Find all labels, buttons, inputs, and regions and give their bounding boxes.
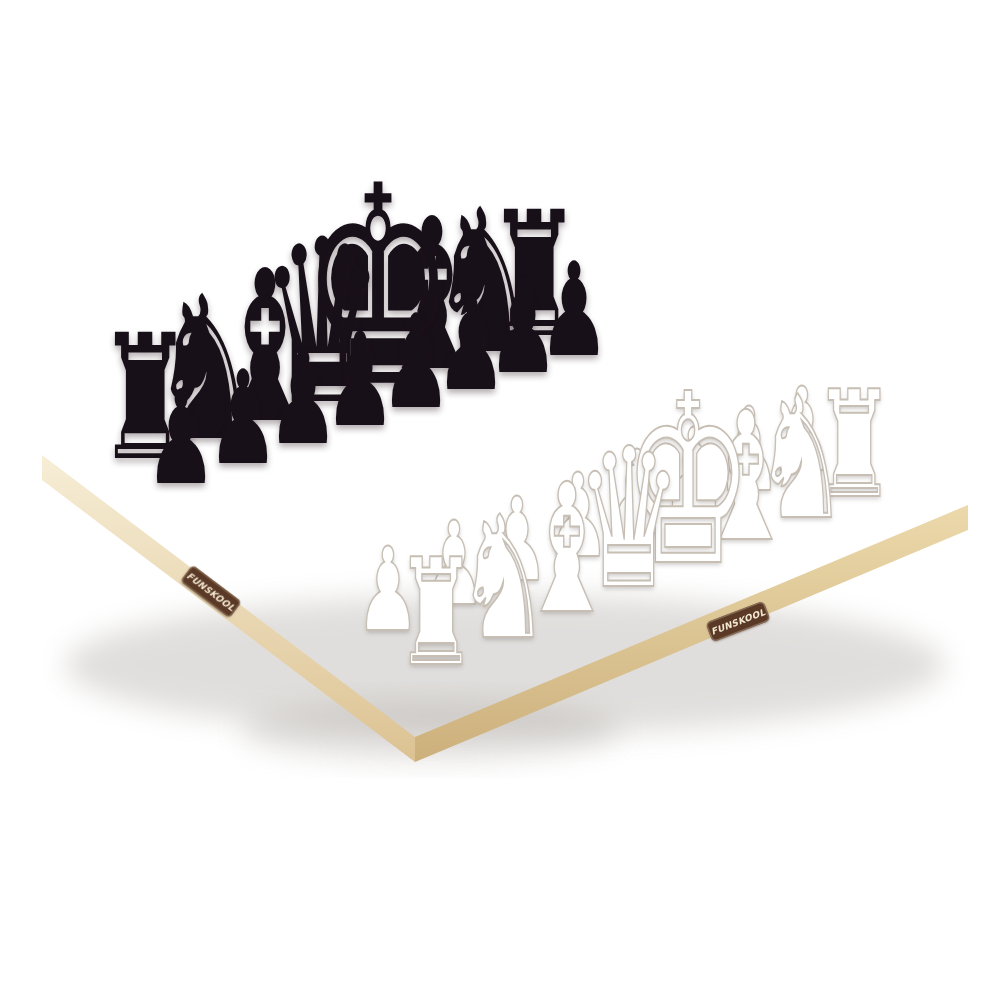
chess-set-photo-stage: FUNSKOOL FUNSKOOL ♜♞♝♛♚♝♞♜♟♟♟♟♟♟♟♟♟♟♟♟♟♟…	[0, 0, 1000, 1000]
piece-white-rook-a1[interactable]: ♜	[370, 540, 502, 688]
piece-black-pawn-a7[interactable]: ♟	[123, 374, 239, 504]
white-rook-glyph: ♜	[395, 540, 477, 688]
black-pawn-glyph: ♟	[145, 374, 217, 504]
